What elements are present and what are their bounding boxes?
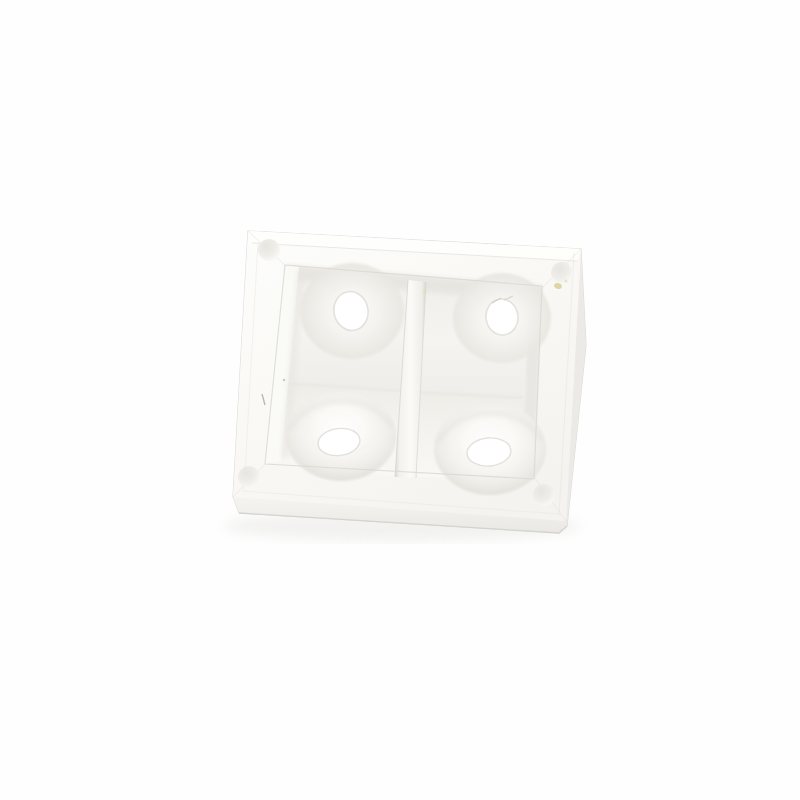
- corner-dimple-bottom-left: [238, 466, 260, 488]
- corner-bracket: [233, 231, 586, 533]
- blemish-yellow-faint: [423, 289, 427, 293]
- bracket-illustration: [0, 0, 800, 800]
- blemish-yellow-dot: [565, 280, 568, 283]
- corner-dimple-bottom-right: [533, 484, 555, 506]
- product-photo: [0, 0, 800, 800]
- corner-dimple-top-left: [258, 239, 280, 261]
- corner-dimple-top-right: [551, 262, 573, 284]
- blemish-dark-dot: [283, 379, 285, 381]
